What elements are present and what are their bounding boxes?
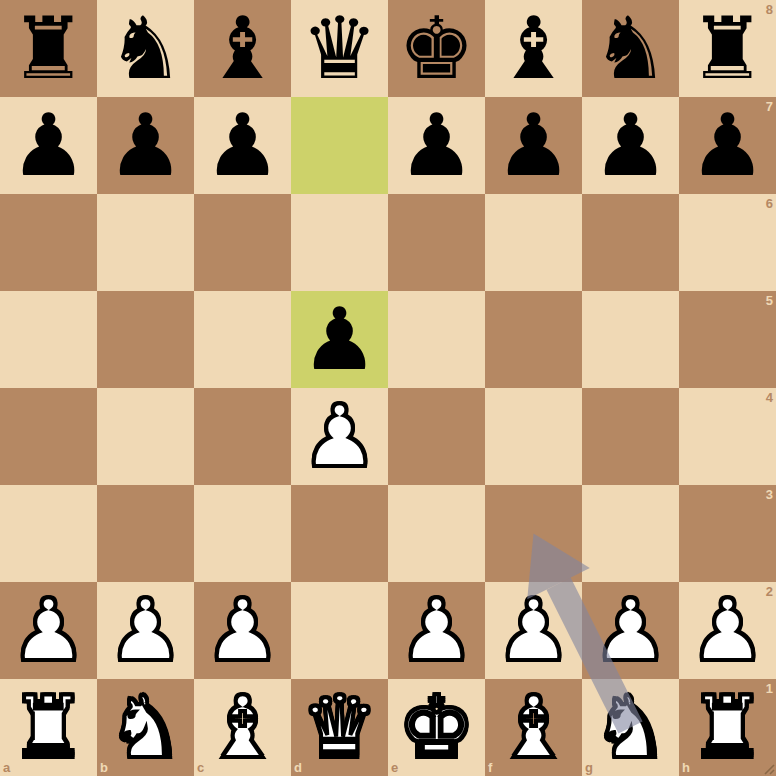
square-f5[interactable] — [485, 291, 582, 388]
piece-black-pawn[interactable]: ♟ — [194, 97, 291, 194]
square-f3[interactable] — [485, 485, 582, 582]
square-d1[interactable]: ♛d — [291, 679, 388, 776]
piece-black-pawn[interactable]: ♟ — [388, 97, 485, 194]
square-e8[interactable]: ♚ — [388, 0, 485, 97]
square-h7[interactable]: ♟7 — [679, 97, 776, 194]
square-b2[interactable]: ♟ — [97, 582, 194, 679]
piece-white-queen[interactable]: ♛ — [291, 679, 388, 776]
square-h3[interactable]: 3 — [679, 485, 776, 582]
square-d3[interactable] — [291, 485, 388, 582]
piece-black-king[interactable]: ♚ — [388, 0, 485, 97]
square-d8[interactable]: ♛ — [291, 0, 388, 97]
square-d5[interactable]: ♟ — [291, 291, 388, 388]
piece-black-pawn[interactable]: ♟ — [97, 97, 194, 194]
piece-black-bishop[interactable]: ♝ — [485, 0, 582, 97]
square-e5[interactable] — [388, 291, 485, 388]
square-g1[interactable]: ♞g — [582, 679, 679, 776]
square-c1[interactable]: ♝c — [194, 679, 291, 776]
square-b5[interactable] — [97, 291, 194, 388]
square-g4[interactable] — [582, 388, 679, 485]
square-c5[interactable] — [194, 291, 291, 388]
square-f2[interactable]: ♟ — [485, 582, 582, 679]
square-b8[interactable]: ♞ — [97, 0, 194, 97]
piece-white-rook[interactable]: ♜ — [0, 679, 97, 776]
square-f6[interactable] — [485, 194, 582, 291]
square-e1[interactable]: ♚e — [388, 679, 485, 776]
square-f8[interactable]: ♝ — [485, 0, 582, 97]
piece-white-pawn[interactable]: ♟ — [388, 582, 485, 679]
square-d7[interactable] — [291, 97, 388, 194]
square-h5[interactable]: 5 — [679, 291, 776, 388]
square-b3[interactable] — [97, 485, 194, 582]
square-a3[interactable] — [0, 485, 97, 582]
square-e6[interactable] — [388, 194, 485, 291]
rank-label-4: 4 — [766, 391, 773, 404]
square-c7[interactable]: ♟ — [194, 97, 291, 194]
square-h4[interactable]: 4 — [679, 388, 776, 485]
square-a7[interactable]: ♟ — [0, 97, 97, 194]
rank-label-3: 3 — [766, 488, 773, 501]
square-a6[interactable] — [0, 194, 97, 291]
rank-label-6: 6 — [766, 197, 773, 210]
piece-black-pawn[interactable]: ♟ — [0, 97, 97, 194]
square-d2[interactable] — [291, 582, 388, 679]
square-e3[interactable] — [388, 485, 485, 582]
piece-black-pawn[interactable]: ♟ — [291, 291, 388, 388]
square-g5[interactable] — [582, 291, 679, 388]
piece-white-pawn[interactable]: ♟ — [582, 582, 679, 679]
piece-white-knight[interactable]: ♞ — [97, 679, 194, 776]
square-a1[interactable]: ♜a — [0, 679, 97, 776]
piece-black-pawn[interactable]: ♟ — [679, 97, 776, 194]
square-h8[interactable]: ♜8 — [679, 0, 776, 97]
piece-black-rook[interactable]: ♜ — [0, 0, 97, 97]
square-b6[interactable] — [97, 194, 194, 291]
square-b4[interactable] — [97, 388, 194, 485]
square-d4[interactable]: ♟ — [291, 388, 388, 485]
piece-white-pawn[interactable]: ♟ — [97, 582, 194, 679]
piece-black-pawn[interactable]: ♟ — [485, 97, 582, 194]
piece-white-king[interactable]: ♚ — [388, 679, 485, 776]
square-f7[interactable]: ♟ — [485, 97, 582, 194]
board-squares: ♜♞♝♛♚♝♞♜8♟♟♟♟♟♟♟76♟5♟43♟♟♟♟♟♟♟2♜a♞b♝c♛d♚… — [0, 0, 776, 776]
piece-white-pawn[interactable]: ♟ — [291, 388, 388, 485]
square-c8[interactable]: ♝ — [194, 0, 291, 97]
square-g3[interactable] — [582, 485, 679, 582]
square-a5[interactable] — [0, 291, 97, 388]
piece-white-pawn[interactable]: ♟ — [679, 582, 776, 679]
piece-white-knight[interactable]: ♞ — [582, 679, 679, 776]
square-f4[interactable] — [485, 388, 582, 485]
piece-white-pawn[interactable]: ♟ — [194, 582, 291, 679]
square-a2[interactable]: ♟ — [0, 582, 97, 679]
square-e2[interactable]: ♟ — [388, 582, 485, 679]
rank-label-5: 5 — [766, 294, 773, 307]
piece-black-knight[interactable]: ♞ — [582, 0, 679, 97]
square-c4[interactable] — [194, 388, 291, 485]
piece-black-queen[interactable]: ♛ — [291, 0, 388, 97]
square-a4[interactable] — [0, 388, 97, 485]
square-b1[interactable]: ♞b — [97, 679, 194, 776]
square-a8[interactable]: ♜ — [0, 0, 97, 97]
square-c2[interactable]: ♟ — [194, 582, 291, 679]
piece-white-pawn[interactable]: ♟ — [0, 582, 97, 679]
square-e7[interactable]: ♟ — [388, 97, 485, 194]
square-c6[interactable] — [194, 194, 291, 291]
square-g8[interactable]: ♞ — [582, 0, 679, 97]
piece-white-bishop[interactable]: ♝ — [485, 679, 582, 776]
board-resize-handle-icon[interactable] — [761, 761, 775, 775]
piece-black-rook[interactable]: ♜ — [679, 0, 776, 97]
piece-white-bishop[interactable]: ♝ — [194, 679, 291, 776]
square-b7[interactable]: ♟ — [97, 97, 194, 194]
square-g7[interactable]: ♟ — [582, 97, 679, 194]
square-e4[interactable] — [388, 388, 485, 485]
piece-black-knight[interactable]: ♞ — [97, 0, 194, 97]
square-g6[interactable] — [582, 194, 679, 291]
piece-black-bishop[interactable]: ♝ — [194, 0, 291, 97]
piece-white-pawn[interactable]: ♟ — [485, 582, 582, 679]
square-d6[interactable] — [291, 194, 388, 291]
chess-board[interactable]: ♜♞♝♛♚♝♞♜8♟♟♟♟♟♟♟76♟5♟43♟♟♟♟♟♟♟2♜a♞b♝c♛d♚… — [0, 0, 776, 776]
square-h2[interactable]: ♟2 — [679, 582, 776, 679]
square-c3[interactable] — [194, 485, 291, 582]
piece-black-pawn[interactable]: ♟ — [582, 97, 679, 194]
square-h6[interactable]: 6 — [679, 194, 776, 291]
square-f1[interactable]: ♝f — [485, 679, 582, 776]
square-g2[interactable]: ♟ — [582, 582, 679, 679]
